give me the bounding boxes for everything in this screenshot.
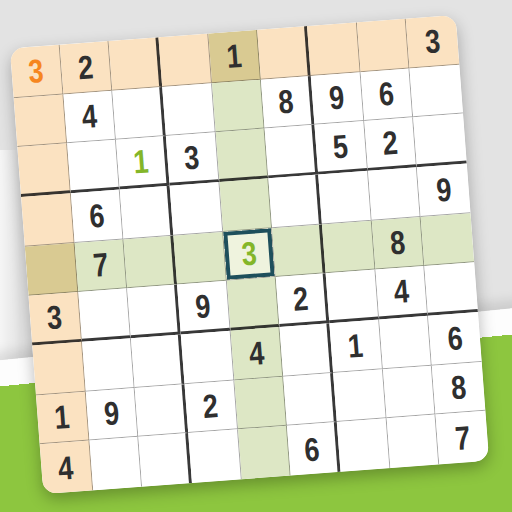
cell-r2c1[interactable] bbox=[14, 94, 67, 147]
cell-r3c1[interactable] bbox=[17, 144, 70, 197]
cell-r9c9[interactable]: 7 bbox=[436, 411, 489, 464]
cell-r4c9[interactable]: 9 bbox=[417, 163, 470, 216]
cell-r8c8[interactable] bbox=[383, 365, 436, 418]
digit-r6c1: 3 bbox=[46, 300, 63, 334]
cell-r9c3[interactable] bbox=[139, 433, 192, 486]
digit-r2c6: 8 bbox=[278, 85, 295, 119]
cell-r2c9[interactable] bbox=[410, 64, 463, 117]
cell-r6c8[interactable]: 4 bbox=[375, 266, 428, 319]
cell-r9c6[interactable]: 6 bbox=[287, 422, 340, 475]
cell-r8c4[interactable]: 2 bbox=[185, 380, 238, 433]
cell-r2c5[interactable] bbox=[212, 79, 265, 132]
cell-r8c6[interactable] bbox=[284, 373, 337, 426]
cell-r3c6[interactable] bbox=[265, 125, 318, 178]
cell-r3c9[interactable] bbox=[414, 114, 467, 167]
cell-r3c4[interactable]: 3 bbox=[166, 133, 219, 186]
digit-r6c6: 2 bbox=[292, 282, 309, 316]
digit-r9c1: 4 bbox=[57, 451, 74, 485]
digit-r2c7: 9 bbox=[328, 81, 345, 115]
cell-r1c1[interactable]: 3 bbox=[10, 45, 63, 98]
cell-r2c6[interactable]: 8 bbox=[261, 76, 314, 129]
cell-r5c4[interactable] bbox=[173, 232, 226, 285]
digit-r5c2: 7 bbox=[92, 248, 109, 282]
cell-r4c6[interactable] bbox=[269, 175, 322, 228]
cell-r3c8[interactable]: 2 bbox=[364, 118, 417, 171]
digit-r3c4: 3 bbox=[183, 141, 200, 175]
digit-r3c7: 5 bbox=[332, 130, 349, 164]
sudoku-grid: 3213489613526973839244161928467 bbox=[10, 15, 489, 494]
cell-r5c2[interactable]: 7 bbox=[74, 239, 127, 292]
digit-r8c1: 1 bbox=[53, 400, 70, 434]
digit-r1c2: 2 bbox=[77, 50, 94, 84]
cell-r6c7[interactable] bbox=[326, 270, 379, 323]
digit-r7c7: 1 bbox=[347, 329, 364, 363]
cell-r5c8[interactable]: 8 bbox=[371, 217, 424, 270]
cell-r7c1[interactable] bbox=[32, 342, 85, 395]
cell-r8c5[interactable] bbox=[234, 376, 287, 429]
cell-r4c3[interactable] bbox=[120, 186, 173, 239]
digit-r1c5: 1 bbox=[225, 39, 242, 73]
cell-r2c2[interactable]: 4 bbox=[63, 90, 116, 143]
cell-r3c5[interactable] bbox=[215, 129, 268, 182]
cell-r5c3[interactable] bbox=[124, 235, 177, 288]
cell-r7c3[interactable] bbox=[131, 334, 184, 387]
digit-r5c8: 8 bbox=[389, 226, 406, 260]
cell-r2c4[interactable] bbox=[162, 83, 215, 136]
digit-r8c4: 2 bbox=[202, 389, 219, 423]
cell-r5c6[interactable] bbox=[272, 224, 325, 277]
cell-r8c3[interactable] bbox=[135, 384, 188, 437]
cell-r1c5[interactable]: 1 bbox=[208, 30, 261, 83]
cell-r4c8[interactable] bbox=[368, 167, 421, 220]
cell-r7c7[interactable]: 1 bbox=[329, 319, 382, 372]
cell-r4c1[interactable] bbox=[21, 193, 74, 246]
digit-r4c9: 9 bbox=[435, 173, 452, 207]
digit-r7c5: 4 bbox=[248, 336, 265, 370]
digit-r8c9: 8 bbox=[450, 371, 467, 405]
cell-r9c1[interactable]: 4 bbox=[40, 441, 93, 494]
digit-r1c1: 3 bbox=[27, 54, 44, 88]
cell-r6c4[interactable]: 9 bbox=[177, 281, 230, 334]
cell-r9c4[interactable] bbox=[188, 430, 241, 483]
cell-r8c7[interactable] bbox=[333, 369, 386, 422]
digit-r1c9: 3 bbox=[424, 24, 441, 58]
cell-r5c5[interactable]: 3 bbox=[223, 228, 276, 281]
cell-r7c4[interactable] bbox=[181, 331, 234, 384]
cell-r9c2[interactable] bbox=[89, 437, 142, 490]
digit-r8c2: 9 bbox=[103, 397, 120, 431]
digit-r3c3: 1 bbox=[133, 144, 150, 178]
digit-r7c9: 6 bbox=[446, 321, 463, 355]
cell-r4c7[interactable] bbox=[318, 171, 371, 224]
cell-r3c7[interactable]: 5 bbox=[314, 121, 367, 174]
cell-r8c2[interactable]: 9 bbox=[85, 388, 138, 441]
cell-r1c4[interactable] bbox=[158, 33, 211, 86]
cell-r7c5[interactable]: 4 bbox=[230, 327, 283, 380]
cell-r7c2[interactable] bbox=[82, 338, 135, 391]
cell-r2c8[interactable]: 6 bbox=[360, 68, 413, 121]
digit-r9c9: 7 bbox=[454, 421, 471, 455]
cell-r9c8[interactable] bbox=[386, 415, 439, 468]
cell-r5c7[interactable] bbox=[322, 220, 375, 273]
cell-r1c7[interactable] bbox=[307, 22, 360, 75]
digit-r9c6: 6 bbox=[304, 432, 321, 466]
cell-r7c9[interactable]: 6 bbox=[428, 312, 481, 365]
cell-r2c7[interactable]: 9 bbox=[311, 72, 364, 125]
sudoku-app-scene: 3213489613526973839244161928467 bbox=[0, 0, 512, 512]
cell-r7c8[interactable] bbox=[379, 316, 432, 369]
cell-r1c9[interactable]: 3 bbox=[406, 15, 459, 68]
digit-r2c2: 4 bbox=[80, 100, 97, 134]
cell-r1c2[interactable]: 2 bbox=[59, 41, 112, 94]
cell-r3c2[interactable] bbox=[67, 140, 120, 193]
cell-r6c3[interactable] bbox=[128, 285, 181, 338]
cell-r1c6[interactable] bbox=[258, 26, 311, 79]
digit-r5c5: 3 bbox=[240, 237, 257, 271]
cell-r6c1[interactable]: 3 bbox=[28, 292, 81, 345]
digit-r4c2: 6 bbox=[88, 199, 105, 233]
cell-r4c5[interactable] bbox=[219, 178, 272, 231]
cell-r5c1[interactable] bbox=[25, 243, 78, 296]
cell-r9c5[interactable] bbox=[238, 426, 291, 479]
cell-r7c6[interactable] bbox=[280, 323, 333, 376]
cell-r4c2[interactable]: 6 bbox=[71, 190, 124, 243]
digit-r3c8: 2 bbox=[381, 126, 398, 160]
cell-r9c7[interactable] bbox=[337, 419, 390, 472]
cell-r1c8[interactable] bbox=[357, 19, 410, 72]
digit-r6c4: 9 bbox=[194, 289, 211, 323]
digit-r6c8: 4 bbox=[392, 274, 409, 308]
cell-r6c9[interactable] bbox=[425, 263, 478, 316]
cell-r5c9[interactable] bbox=[421, 213, 474, 266]
cell-r6c5[interactable] bbox=[227, 277, 280, 330]
cell-r2c3[interactable] bbox=[113, 87, 166, 140]
cell-r4c4[interactable] bbox=[170, 182, 223, 235]
cell-r6c2[interactable] bbox=[78, 289, 131, 342]
sudoku-board: 3213489613526973839244161928467 bbox=[10, 15, 489, 494]
digit-r2c8: 6 bbox=[378, 77, 395, 111]
cell-r8c1[interactable]: 1 bbox=[36, 391, 89, 444]
cell-r6c6[interactable]: 2 bbox=[276, 274, 329, 327]
cell-r3c3[interactable]: 1 bbox=[116, 136, 169, 189]
cell-r8c9[interactable]: 8 bbox=[432, 362, 485, 415]
cell-r1c3[interactable] bbox=[109, 37, 162, 90]
